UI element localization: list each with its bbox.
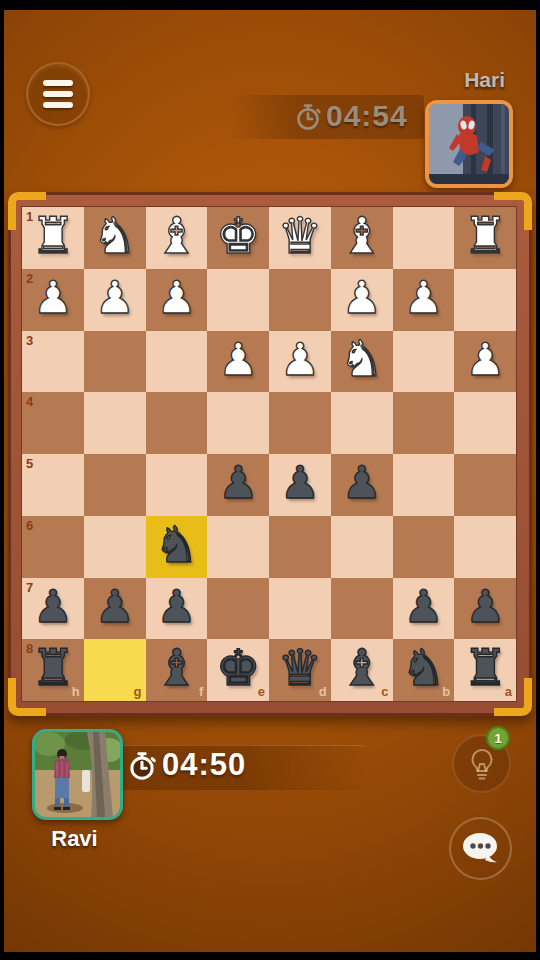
player-avatar[interactable] bbox=[32, 729, 123, 820]
piece-wN-g1: ♞ bbox=[92, 211, 137, 261]
square-h8[interactable]: 8h♜ bbox=[22, 639, 84, 701]
piece-wP-b2: ♟ bbox=[403, 275, 443, 320]
square-a8[interactable]: a♜ bbox=[454, 639, 516, 701]
file-label: f bbox=[199, 684, 203, 699]
square-h5[interactable]: 5 bbox=[22, 454, 84, 516]
square-f5[interactable] bbox=[146, 454, 208, 516]
piece-wP-d3: ♟ bbox=[280, 337, 320, 382]
piece-bN-b8: ♞ bbox=[401, 643, 446, 693]
square-g6[interactable] bbox=[84, 516, 146, 578]
hint-count-badge: 1 bbox=[486, 726, 510, 750]
player-clock: 04:50 bbox=[162, 747, 246, 783]
square-g3[interactable] bbox=[84, 331, 146, 393]
square-e3[interactable]: ♟ bbox=[207, 331, 269, 393]
square-d2[interactable] bbox=[269, 269, 331, 331]
menu-button[interactable] bbox=[26, 62, 90, 126]
piece-bP-a7: ♟ bbox=[465, 584, 505, 629]
square-c8[interactable]: c♝ bbox=[331, 639, 393, 701]
square-d3[interactable]: ♟ bbox=[269, 331, 331, 393]
square-c4[interactable] bbox=[331, 392, 393, 454]
opponent-avatar[interactable] bbox=[425, 100, 513, 188]
square-b5[interactable] bbox=[393, 454, 455, 516]
square-f2[interactable]: ♟ bbox=[146, 269, 208, 331]
stopwatch-icon bbox=[293, 102, 323, 132]
piece-bP-b7: ♟ bbox=[403, 584, 443, 629]
square-g7[interactable]: ♟ bbox=[84, 578, 146, 640]
piece-bR-h8: ♜ bbox=[30, 643, 75, 693]
square-h4[interactable]: 4 bbox=[22, 392, 84, 454]
square-e2[interactable] bbox=[207, 269, 269, 331]
piece-bB-c8: ♝ bbox=[339, 643, 384, 693]
square-a6[interactable] bbox=[454, 516, 516, 578]
square-b6[interactable] bbox=[393, 516, 455, 578]
square-a7[interactable]: ♟ bbox=[454, 578, 516, 640]
square-d7[interactable] bbox=[269, 578, 331, 640]
square-b8[interactable]: b♞ bbox=[393, 639, 455, 701]
square-g4[interactable] bbox=[84, 392, 146, 454]
piece-bP-f7: ♟ bbox=[156, 584, 196, 629]
square-b3[interactable] bbox=[393, 331, 455, 393]
square-b1[interactable] bbox=[393, 207, 455, 269]
piece-wB-f1: ♝ bbox=[154, 211, 199, 261]
square-g2[interactable]: ♟ bbox=[84, 269, 146, 331]
square-g5[interactable] bbox=[84, 454, 146, 516]
square-h2[interactable]: 2♟ bbox=[22, 269, 84, 331]
square-b2[interactable]: ♟ bbox=[393, 269, 455, 331]
square-d4[interactable] bbox=[269, 392, 331, 454]
square-c5[interactable]: ♟ bbox=[331, 454, 393, 516]
app-screen: Hari 04:54 bbox=[0, 0, 540, 960]
square-e7[interactable] bbox=[207, 578, 269, 640]
square-g8[interactable]: g bbox=[84, 639, 146, 701]
piece-bP-g7: ♟ bbox=[94, 584, 134, 629]
square-a2[interactable] bbox=[454, 269, 516, 331]
square-h1[interactable]: 1♜ bbox=[22, 207, 84, 269]
piece-wR-h1: ♜ bbox=[30, 211, 75, 261]
square-c7[interactable] bbox=[331, 578, 393, 640]
piece-bP-c5: ♟ bbox=[341, 460, 381, 505]
square-h7[interactable]: 7♟ bbox=[22, 578, 84, 640]
player-name: Ravi bbox=[32, 826, 117, 852]
board-squares: 1♜♞♝♚♛♝♜2♟♟♟♟♟3♟♟♞♟45♟♟♟6♞7♟♟♟♟♟8h♜gf♝e♚… bbox=[22, 207, 516, 701]
square-e1[interactable]: ♚ bbox=[207, 207, 269, 269]
piece-wB-c1: ♝ bbox=[339, 211, 384, 261]
rank-label: 4 bbox=[26, 394, 33, 409]
piece-wQ-d1: ♛ bbox=[277, 211, 322, 261]
rank-label: 5 bbox=[26, 456, 33, 471]
square-c3[interactable]: ♞ bbox=[331, 331, 393, 393]
rank-label: 6 bbox=[26, 518, 33, 533]
piece-bP-d5: ♟ bbox=[280, 460, 320, 505]
piece-bN-f6: ♞ bbox=[154, 520, 199, 570]
square-h3[interactable]: 3 bbox=[22, 331, 84, 393]
square-f6[interactable]: ♞ bbox=[146, 516, 208, 578]
square-e8[interactable]: e♚ bbox=[207, 639, 269, 701]
square-c1[interactable]: ♝ bbox=[331, 207, 393, 269]
chess-board: 1♜♞♝♚♛♝♜2♟♟♟♟♟3♟♟♞♟45♟♟♟6♞7♟♟♟♟♟8h♜gf♝e♚… bbox=[8, 192, 532, 716]
piece-bB-f8: ♝ bbox=[154, 643, 199, 693]
square-a1[interactable]: ♜ bbox=[454, 207, 516, 269]
piece-wP-e3: ♟ bbox=[218, 337, 258, 382]
piece-wP-g2: ♟ bbox=[94, 275, 134, 320]
piece-bQ-d8: ♛ bbox=[277, 643, 322, 693]
square-c6[interactable] bbox=[331, 516, 393, 578]
square-d1[interactable]: ♛ bbox=[269, 207, 331, 269]
rank-label: 3 bbox=[26, 333, 33, 348]
spiderman-image bbox=[429, 104, 509, 184]
square-c2[interactable]: ♟ bbox=[331, 269, 393, 331]
square-d8[interactable]: d♛ bbox=[269, 639, 331, 701]
opponent-clock: 04:54 bbox=[326, 99, 408, 133]
piece-bP-h7: ♟ bbox=[33, 584, 73, 629]
square-h6[interactable]: 6 bbox=[22, 516, 84, 578]
square-a3[interactable]: ♟ bbox=[454, 331, 516, 393]
chat-button[interactable] bbox=[449, 817, 512, 880]
square-e6[interactable] bbox=[207, 516, 269, 578]
piece-bP-e5: ♟ bbox=[218, 460, 258, 505]
file-label: g bbox=[134, 684, 142, 699]
square-e5[interactable]: ♟ bbox=[207, 454, 269, 516]
square-f7[interactable]: ♟ bbox=[146, 578, 208, 640]
square-f4[interactable] bbox=[146, 392, 208, 454]
piece-wP-h2: ♟ bbox=[33, 275, 73, 320]
piece-wP-c2: ♟ bbox=[341, 275, 381, 320]
square-d6[interactable] bbox=[269, 516, 331, 578]
lightbulb-icon bbox=[466, 747, 498, 781]
piece-wP-f2: ♟ bbox=[156, 275, 196, 320]
piece-wP-a3: ♟ bbox=[465, 337, 505, 382]
square-b7[interactable]: ♟ bbox=[393, 578, 455, 640]
square-f8[interactable]: f♝ bbox=[146, 639, 208, 701]
square-d5[interactable]: ♟ bbox=[269, 454, 331, 516]
square-g1[interactable]: ♞ bbox=[84, 207, 146, 269]
man-under-tree-image bbox=[35, 732, 120, 817]
square-f1[interactable]: ♝ bbox=[146, 207, 208, 269]
square-a5[interactable] bbox=[454, 454, 516, 516]
square-e4[interactable] bbox=[207, 392, 269, 454]
square-f3[interactable] bbox=[146, 331, 208, 393]
square-b4[interactable] bbox=[393, 392, 455, 454]
square-a4[interactable] bbox=[454, 392, 516, 454]
piece-wK-e1: ♚ bbox=[216, 211, 261, 261]
piece-bR-a8: ♜ bbox=[463, 643, 508, 693]
piece-wR-a1: ♜ bbox=[463, 211, 508, 261]
piece-wN-c3: ♞ bbox=[339, 334, 384, 384]
piece-bK-e8: ♚ bbox=[216, 643, 261, 693]
speech-bubble-icon bbox=[460, 830, 502, 868]
opponent-name: Hari bbox=[464, 68, 505, 92]
stopwatch-icon bbox=[126, 750, 158, 782]
